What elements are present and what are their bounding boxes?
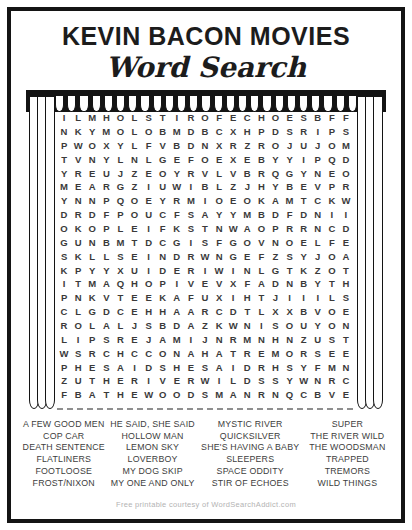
- grid-cell[interactable]: Z: [57, 374, 71, 388]
- grid-cell[interactable]: L: [226, 374, 240, 388]
- grid-cell[interactable]: U: [297, 139, 311, 153]
- grid-cell[interactable]: S: [198, 360, 212, 374]
- grid-cell[interactable]: J: [113, 166, 127, 180]
- grid-cell[interactable]: K: [71, 250, 85, 264]
- grid-cell[interactable]: B: [71, 388, 85, 402]
- grid-cell[interactable]: E: [339, 305, 353, 319]
- grid-cell[interactable]: R: [297, 222, 311, 236]
- grid-cell[interactable]: F: [212, 236, 226, 250]
- grid-cell[interactable]: F: [325, 236, 339, 250]
- grid-cell[interactable]: Y: [57, 194, 71, 208]
- grid-cell[interactable]: B: [254, 153, 268, 167]
- grid-cell[interactable]: D: [142, 236, 156, 250]
- grid-cell[interactable]: F: [170, 208, 184, 222]
- grid-cell[interactable]: A: [184, 319, 198, 333]
- grid-cell[interactable]: J: [198, 333, 212, 347]
- grid-cell[interactable]: R: [254, 388, 268, 402]
- grid-cell[interactable]: P: [99, 222, 113, 236]
- grid-cell[interactable]: M: [184, 194, 198, 208]
- grid-cell[interactable]: I: [226, 360, 240, 374]
- grid-cell[interactable]: S: [184, 208, 198, 222]
- grid-cell[interactable]: N: [283, 333, 297, 347]
- grid-cell[interactable]: O: [325, 139, 339, 153]
- grid-cell[interactable]: O: [113, 125, 127, 139]
- grid-cell[interactable]: G: [170, 236, 184, 250]
- grid-cell[interactable]: O: [254, 222, 268, 236]
- grid-cell[interactable]: E: [297, 236, 311, 250]
- grid-cell[interactable]: H: [198, 347, 212, 361]
- grid-cell[interactable]: X: [99, 139, 113, 153]
- grid-cell[interactable]: F: [283, 208, 297, 222]
- grid-cell[interactable]: K: [71, 222, 85, 236]
- grid-cell[interactable]: C: [311, 194, 325, 208]
- grid-cell[interactable]: R: [283, 222, 297, 236]
- grid-cell[interactable]: S: [198, 236, 212, 250]
- grid-cell[interactable]: Z: [226, 180, 240, 194]
- grid-cell[interactable]: N: [198, 139, 212, 153]
- grid-cell[interactable]: O: [212, 194, 226, 208]
- grid-cell[interactable]: R: [226, 333, 240, 347]
- grid-cell[interactable]: C: [156, 236, 170, 250]
- grid-cell[interactable]: Y: [170, 166, 184, 180]
- grid-cell[interactable]: M: [240, 333, 254, 347]
- grid-cell[interactable]: B: [170, 139, 184, 153]
- grid-cell[interactable]: O: [170, 388, 184, 402]
- grid-cell[interactable]: V: [325, 388, 339, 402]
- grid-cell[interactable]: Z: [198, 319, 212, 333]
- grid-cell[interactable]: O: [198, 111, 212, 125]
- grid-cell[interactable]: H: [99, 111, 113, 125]
- grid-cell[interactable]: Z: [127, 166, 141, 180]
- grid-cell[interactable]: Y: [156, 194, 170, 208]
- grid-cell[interactable]: V: [311, 305, 325, 319]
- grid-cell[interactable]: G: [156, 153, 170, 167]
- grid-cell[interactable]: T: [226, 347, 240, 361]
- grid-cell[interactable]: I: [170, 111, 184, 125]
- grid-cell[interactable]: A: [85, 388, 99, 402]
- grid-cell[interactable]: K: [254, 194, 268, 208]
- grid-cell[interactable]: G: [268, 263, 282, 277]
- grid-cell[interactable]: H: [170, 360, 184, 374]
- grid-cell[interactable]: Z: [311, 263, 325, 277]
- grid-cell[interactable]: O: [142, 277, 156, 291]
- grid-cell[interactable]: Y: [297, 166, 311, 180]
- grid-cell[interactable]: L: [85, 250, 99, 264]
- grid-cell[interactable]: N: [240, 388, 254, 402]
- grid-cell[interactable]: S: [57, 250, 71, 264]
- grid-cell[interactable]: J: [268, 291, 282, 305]
- grid-cell[interactable]: X: [226, 277, 240, 291]
- grid-cell[interactable]: N: [311, 222, 325, 236]
- grid-cell[interactable]: K: [212, 319, 226, 333]
- grid-cell[interactable]: E: [283, 111, 297, 125]
- grid-cell[interactable]: R: [85, 347, 99, 361]
- grid-cell[interactable]: O: [71, 319, 85, 333]
- grid-cell[interactable]: H: [240, 291, 254, 305]
- grid-cell[interactable]: E: [339, 236, 353, 250]
- grid-cell[interactable]: W: [226, 319, 240, 333]
- grid-cell[interactable]: O: [156, 388, 170, 402]
- grid-cell[interactable]: L: [127, 125, 141, 139]
- grid-cell[interactable]: I: [254, 319, 268, 333]
- grid-cell[interactable]: J: [311, 250, 325, 264]
- grid-cell[interactable]: I: [198, 194, 212, 208]
- grid-cell[interactable]: F: [212, 111, 226, 125]
- grid-cell[interactable]: K: [85, 291, 99, 305]
- grid-cell[interactable]: C: [57, 305, 71, 319]
- grid-cell[interactable]: S: [283, 360, 297, 374]
- grid-cell[interactable]: N: [311, 208, 325, 222]
- grid-cell[interactable]: E: [325, 347, 339, 361]
- grid-cell[interactable]: R: [184, 166, 198, 180]
- grid-cell[interactable]: L: [127, 111, 141, 125]
- grid-cell[interactable]: I: [226, 291, 240, 305]
- grid-cell[interactable]: A: [198, 208, 212, 222]
- grid-cell[interactable]: R: [226, 139, 240, 153]
- grid-cell[interactable]: N: [85, 194, 99, 208]
- grid-cell[interactable]: N: [339, 319, 353, 333]
- grid-cell[interactable]: I: [325, 208, 339, 222]
- grid-cell[interactable]: H: [142, 305, 156, 319]
- grid-cell[interactable]: T: [339, 263, 353, 277]
- grid-cell[interactable]: R: [170, 194, 184, 208]
- grid-cell[interactable]: B: [198, 125, 212, 139]
- grid-cell[interactable]: T: [339, 333, 353, 347]
- grid-cell[interactable]: A: [170, 305, 184, 319]
- grid-cell[interactable]: C: [113, 305, 127, 319]
- grid-cell[interactable]: E: [170, 374, 184, 388]
- grid-cell[interactable]: Y: [85, 263, 99, 277]
- grid-cell[interactable]: I: [142, 263, 156, 277]
- grid-cell[interactable]: W: [71, 139, 85, 153]
- grid-cell[interactable]: R: [254, 139, 268, 153]
- grid-cell[interactable]: F: [142, 139, 156, 153]
- grid-cell[interactable]: N: [85, 236, 99, 250]
- grid-cell[interactable]: F: [240, 277, 254, 291]
- grid-cell[interactable]: E: [127, 222, 141, 236]
- grid-cell[interactable]: E: [226, 194, 240, 208]
- grid-cell[interactable]: A: [113, 360, 127, 374]
- grid-cell[interactable]: K: [71, 125, 85, 139]
- grid-cell[interactable]: S: [71, 347, 85, 361]
- grid-cell[interactable]: K: [297, 263, 311, 277]
- grid-cell[interactable]: E: [325, 166, 339, 180]
- grid-cell[interactable]: X: [212, 139, 226, 153]
- grid-cell[interactable]: D: [170, 319, 184, 333]
- grid-cell[interactable]: S: [99, 333, 113, 347]
- grid-cell[interactable]: A: [99, 319, 113, 333]
- grid-cell[interactable]: N: [85, 153, 99, 167]
- grid-cell[interactable]: E: [198, 277, 212, 291]
- grid-cell[interactable]: P: [325, 125, 339, 139]
- grid-cell[interactable]: Y: [297, 360, 311, 374]
- grid-cell[interactable]: N: [311, 374, 325, 388]
- grid-cell[interactable]: N: [212, 333, 226, 347]
- grid-cell[interactable]: D: [240, 360, 254, 374]
- grid-cell[interactable]: A: [99, 277, 113, 291]
- grid-cell[interactable]: X: [226, 125, 240, 139]
- grid-cell[interactable]: L: [212, 180, 226, 194]
- grid-cell[interactable]: B: [156, 319, 170, 333]
- grid-cell[interactable]: I: [170, 277, 184, 291]
- grid-cell[interactable]: W: [226, 222, 240, 236]
- grid-cell[interactable]: C: [212, 125, 226, 139]
- grid-cell[interactable]: P: [57, 139, 71, 153]
- grid-cell[interactable]: O: [127, 208, 141, 222]
- grid-cell[interactable]: Z: [268, 250, 282, 264]
- grid-cell[interactable]: V: [212, 277, 226, 291]
- grid-cell[interactable]: E: [142, 194, 156, 208]
- grid-cell[interactable]: U: [71, 236, 85, 250]
- grid-cell[interactable]: X: [226, 153, 240, 167]
- grid-cell[interactable]: L: [85, 319, 99, 333]
- grid-cell[interactable]: N: [71, 291, 85, 305]
- grid-cell[interactable]: Y: [311, 319, 325, 333]
- grid-cell[interactable]: T: [113, 291, 127, 305]
- grid-cell[interactable]: P: [268, 222, 282, 236]
- grid-cell[interactable]: S: [311, 347, 325, 361]
- grid-cell[interactable]: R: [113, 333, 127, 347]
- grid-cell[interactable]: Q: [113, 194, 127, 208]
- grid-cell[interactable]: D: [297, 208, 311, 222]
- grid-cell[interactable]: E: [127, 333, 141, 347]
- grid-cell[interactable]: E: [339, 347, 353, 361]
- grid-cell[interactable]: U: [156, 180, 170, 194]
- grid-cell[interactable]: I: [339, 208, 353, 222]
- grid-cell[interactable]: D: [184, 125, 198, 139]
- grid-cell[interactable]: D: [268, 208, 282, 222]
- grid-cell[interactable]: O: [325, 305, 339, 319]
- grid-cell[interactable]: F: [325, 111, 339, 125]
- grid-cell[interactable]: I: [57, 277, 71, 291]
- grid-cell[interactable]: V: [254, 236, 268, 250]
- grid-cell[interactable]: I: [142, 374, 156, 388]
- grid-cell[interactable]: Y: [57, 166, 71, 180]
- grid-cell[interactable]: J: [240, 180, 254, 194]
- grid-cell[interactable]: C: [212, 305, 226, 319]
- grid-cell[interactable]: V: [71, 153, 85, 167]
- grid-cell[interactable]: M: [170, 125, 184, 139]
- grid-cell[interactable]: N: [311, 166, 325, 180]
- grid-cell[interactable]: E: [71, 180, 85, 194]
- grid-cell[interactable]: V: [198, 166, 212, 180]
- grid-cell[interactable]: Y: [268, 180, 282, 194]
- grid-cell[interactable]: E: [142, 291, 156, 305]
- grid-cell[interactable]: W: [297, 374, 311, 388]
- grid-cell[interactable]: W: [170, 180, 184, 194]
- grid-cell[interactable]: S: [254, 374, 268, 388]
- grid-cell[interactable]: R: [57, 319, 71, 333]
- grid-cell[interactable]: A: [339, 250, 353, 264]
- grid-cell[interactable]: Q: [283, 388, 297, 402]
- grid-cell[interactable]: S: [339, 125, 353, 139]
- grid-cell[interactable]: R: [127, 374, 141, 388]
- grid-cell[interactable]: H: [113, 347, 127, 361]
- grid-cell[interactable]: N: [240, 263, 254, 277]
- grid-cell[interactable]: D: [339, 153, 353, 167]
- grid-cell[interactable]: C: [297, 388, 311, 402]
- grid-cell[interactable]: O: [325, 250, 339, 264]
- grid-cell[interactable]: X: [283, 305, 297, 319]
- grid-cell[interactable]: X: [268, 305, 282, 319]
- grid-cell[interactable]: O: [268, 139, 282, 153]
- grid-cell[interactable]: I: [184, 236, 198, 250]
- grid-cell[interactable]: L: [311, 236, 325, 250]
- grid-cell[interactable]: P: [57, 360, 71, 374]
- grid-cell[interactable]: Y: [283, 374, 297, 388]
- grid-cell[interactable]: R: [184, 250, 198, 264]
- grid-cell[interactable]: C: [339, 374, 353, 388]
- grid-cell[interactable]: Y: [226, 208, 240, 222]
- grid-cell[interactable]: B: [156, 125, 170, 139]
- grid-cell[interactable]: G: [283, 166, 297, 180]
- grid-cell[interactable]: R: [99, 180, 113, 194]
- grid-cell[interactable]: J: [142, 333, 156, 347]
- grid-cell[interactable]: S: [268, 319, 282, 333]
- grid-cell[interactable]: C: [127, 347, 141, 361]
- grid-cell[interactable]: D: [240, 374, 254, 388]
- grid-cell[interactable]: X: [113, 263, 127, 277]
- grid-cell[interactable]: E: [127, 250, 141, 264]
- grid-cell[interactable]: Y: [113, 139, 127, 153]
- grid-cell[interactable]: T: [57, 153, 71, 167]
- grid-cell[interactable]: W: [198, 374, 212, 388]
- grid-cell[interactable]: R: [297, 125, 311, 139]
- grid-cell[interactable]: T: [99, 388, 113, 402]
- grid-cell[interactable]: Z: [297, 333, 311, 347]
- grid-cell[interactable]: V: [156, 139, 170, 153]
- grid-cell[interactable]: E: [254, 347, 268, 361]
- grid-cell[interactable]: Y: [99, 153, 113, 167]
- grid-cell[interactable]: E: [142, 166, 156, 180]
- grid-cell[interactable]: M: [268, 347, 282, 361]
- grid-cell[interactable]: K: [170, 222, 184, 236]
- grid-cell[interactable]: M: [113, 236, 127, 250]
- grid-cell[interactable]: E: [297, 180, 311, 194]
- grid-cell[interactable]: G: [85, 305, 99, 319]
- grid-cell[interactable]: A: [170, 291, 184, 305]
- grid-cell[interactable]: A: [226, 388, 240, 402]
- grid-cell[interactable]: F: [254, 250, 268, 264]
- grid-cell[interactable]: E: [113, 374, 127, 388]
- grid-cell[interactable]: V: [226, 166, 240, 180]
- grid-cell[interactable]: I: [212, 374, 226, 388]
- grid-cell[interactable]: E: [170, 263, 184, 277]
- grid-cell[interactable]: F: [184, 291, 198, 305]
- grid-cell[interactable]: V: [156, 374, 170, 388]
- grid-cell[interactable]: U: [99, 166, 113, 180]
- grid-cell[interactable]: D: [99, 305, 113, 319]
- grid-cell[interactable]: B: [311, 388, 325, 402]
- grid-cell[interactable]: A: [212, 347, 226, 361]
- grid-cell[interactable]: U: [142, 208, 156, 222]
- grid-cell[interactable]: S: [268, 374, 282, 388]
- grid-cell[interactable]: P: [99, 194, 113, 208]
- grid-cell[interactable]: P: [325, 180, 339, 194]
- grid-cell[interactable]: L: [71, 305, 85, 319]
- grid-cell[interactable]: N: [268, 388, 282, 402]
- grid-cell[interactable]: D: [142, 360, 156, 374]
- grid-cell[interactable]: R: [339, 180, 353, 194]
- grid-cell[interactable]: C: [156, 208, 170, 222]
- grid-cell[interactable]: C: [240, 111, 254, 125]
- grid-cell[interactable]: T: [85, 374, 99, 388]
- grid-cell[interactable]: S: [339, 291, 353, 305]
- grid-cell[interactable]: H: [113, 388, 127, 402]
- grid-cell[interactable]: S: [142, 319, 156, 333]
- grid-cell[interactable]: O: [85, 139, 99, 153]
- grid-cell[interactable]: B: [198, 180, 212, 194]
- grid-cell[interactable]: Q: [325, 153, 339, 167]
- grid-cell[interactable]: P: [311, 153, 325, 167]
- grid-cell[interactable]: R: [184, 263, 198, 277]
- grid-cell[interactable]: I: [71, 333, 85, 347]
- grid-cell[interactable]: I: [198, 263, 212, 277]
- grid-cell[interactable]: Y: [212, 208, 226, 222]
- grid-cell[interactable]: A: [254, 277, 268, 291]
- grid-cell[interactable]: P: [254, 125, 268, 139]
- grid-cell[interactable]: C: [142, 347, 156, 361]
- grid-cell[interactable]: I: [57, 111, 71, 125]
- grid-cell[interactable]: J: [127, 319, 141, 333]
- grid-cell[interactable]: I: [142, 250, 156, 264]
- grid-cell[interactable]: E: [226, 111, 240, 125]
- grid-cell[interactable]: O: [85, 222, 99, 236]
- grid-cell[interactable]: P: [113, 208, 127, 222]
- grid-cell[interactable]: Y: [311, 277, 325, 291]
- grid-cell[interactable]: D: [170, 250, 184, 264]
- grid-cell[interactable]: R: [71, 166, 85, 180]
- grid-cell[interactable]: O: [156, 347, 170, 361]
- grid-cell[interactable]: A: [212, 360, 226, 374]
- grid-cell[interactable]: N: [57, 125, 71, 139]
- grid-cell[interactable]: A: [240, 222, 254, 236]
- grid-cell[interactable]: S: [198, 388, 212, 402]
- grid-cell[interactable]: D: [184, 388, 198, 402]
- grid-cell[interactable]: Y: [99, 263, 113, 277]
- grid-cell[interactable]: S: [325, 333, 339, 347]
- grid-cell[interactable]: U: [198, 291, 212, 305]
- grid-cell[interactable]: S: [142, 111, 156, 125]
- grid-cell[interactable]: F: [311, 360, 325, 374]
- grid-cell[interactable]: V: [311, 180, 325, 194]
- grid-cell[interactable]: F: [184, 153, 198, 167]
- grid-cell[interactable]: R: [297, 347, 311, 361]
- grid-cell[interactable]: I: [226, 263, 240, 277]
- grid-cell[interactable]: O: [240, 194, 254, 208]
- grid-cell[interactable]: R: [198, 305, 212, 319]
- grid-cell[interactable]: S: [184, 222, 198, 236]
- grid-cell[interactable]: D: [184, 139, 198, 153]
- grid-cell[interactable]: X: [212, 291, 226, 305]
- grid-cell[interactable]: N: [283, 277, 297, 291]
- grid-cell[interactable]: E: [85, 360, 99, 374]
- grid-cell[interactable]: K: [156, 291, 170, 305]
- grid-cell[interactable]: U: [127, 263, 141, 277]
- grid-cell[interactable]: I: [142, 180, 156, 194]
- grid-cell[interactable]: N: [156, 250, 170, 264]
- grid-cell[interactable]: O: [240, 236, 254, 250]
- grid-cell[interactable]: K: [57, 263, 71, 277]
- grid-cell[interactable]: L: [254, 305, 268, 319]
- grid-cell[interactable]: I: [127, 360, 141, 374]
- grid-cell[interactable]: H: [71, 360, 85, 374]
- grid-cell[interactable]: L: [113, 153, 127, 167]
- grid-cell[interactable]: R: [71, 208, 85, 222]
- grid-cell[interactable]: L: [142, 153, 156, 167]
- grid-cell[interactable]: Q: [268, 166, 282, 180]
- grid-cell[interactable]: L: [212, 166, 226, 180]
